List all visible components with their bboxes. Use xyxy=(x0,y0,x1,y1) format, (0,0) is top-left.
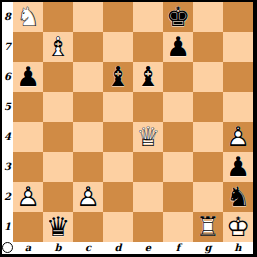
white-king-outline-glyph: ♔ xyxy=(223,212,253,242)
square-a1[interactable] xyxy=(13,212,43,242)
square-f4[interactable] xyxy=(163,122,193,152)
square-a3[interactable] xyxy=(13,152,43,182)
square-g4[interactable] xyxy=(193,122,223,152)
square-a6[interactable]: ♟ xyxy=(13,62,43,92)
square-f2[interactable] xyxy=(163,182,193,212)
square-d2[interactable] xyxy=(103,182,133,212)
square-b2[interactable] xyxy=(43,182,73,212)
black-knight-h2[interactable]: ♞ xyxy=(223,182,253,212)
black-king-glyph: ♚ xyxy=(163,2,193,32)
rank-labels: 87654321 xyxy=(2,2,13,242)
white-king-h1[interactable]: ♚♔ xyxy=(223,212,253,242)
rank-label-3: 3 xyxy=(2,152,13,182)
square-c3[interactable] xyxy=(73,152,103,182)
rank-label-5: 5 xyxy=(2,92,13,122)
square-c6[interactable] xyxy=(73,62,103,92)
square-d7[interactable] xyxy=(103,32,133,62)
file-label-h: h xyxy=(223,242,253,254)
square-a5[interactable] xyxy=(13,92,43,122)
file-label-d: d xyxy=(103,242,133,254)
white-knight-outline-glyph: ♘ xyxy=(13,2,43,32)
white-knight-a8[interactable]: ♞♘ xyxy=(13,2,43,32)
square-h6[interactable] xyxy=(223,62,253,92)
square-f1[interactable] xyxy=(163,212,193,242)
square-e2[interactable] xyxy=(133,182,163,212)
rank-label-8: 8 xyxy=(2,2,13,32)
square-g6[interactable] xyxy=(193,62,223,92)
white-pawn-h4[interactable]: ♟♙ xyxy=(223,122,253,152)
white-bishop-outline-glyph: ♗ xyxy=(43,32,73,62)
square-d3[interactable] xyxy=(103,152,133,182)
white-pawn-outline-glyph: ♙ xyxy=(223,122,253,152)
square-d8[interactable] xyxy=(103,2,133,32)
square-d6[interactable]: ♝ xyxy=(103,62,133,92)
square-g3[interactable] xyxy=(193,152,223,182)
square-b4[interactable] xyxy=(43,122,73,152)
square-f5[interactable] xyxy=(163,92,193,122)
file-label-f: f xyxy=(163,242,193,254)
square-g7[interactable] xyxy=(193,32,223,62)
square-b5[interactable] xyxy=(43,92,73,122)
square-c5[interactable] xyxy=(73,92,103,122)
black-knight-glyph: ♞ xyxy=(223,182,253,212)
black-pawn-glyph: ♟ xyxy=(163,32,193,62)
square-a8[interactable]: ♞♘ xyxy=(13,2,43,32)
square-a4[interactable] xyxy=(13,122,43,152)
square-c4[interactable] xyxy=(73,122,103,152)
rank-label-1: 1 xyxy=(2,212,13,242)
square-b1[interactable]: ♛ xyxy=(43,212,73,242)
black-pawn-glyph: ♟ xyxy=(223,152,253,182)
square-h2[interactable]: ♞ xyxy=(223,182,253,212)
black-bishop-e6[interactable]: ♝ xyxy=(133,62,163,92)
square-f7[interactable]: ♟ xyxy=(163,32,193,62)
black-queen-glyph: ♛ xyxy=(43,212,73,242)
white-pawn-outline-glyph: ♙ xyxy=(73,182,103,212)
square-f3[interactable] xyxy=(163,152,193,182)
black-king-f8[interactable]: ♚ xyxy=(163,2,193,32)
square-e5[interactable] xyxy=(133,92,163,122)
black-bishop-glyph: ♝ xyxy=(133,62,163,92)
square-g2[interactable] xyxy=(193,182,223,212)
file-label-e: e xyxy=(133,242,163,254)
white-queen-e4[interactable]: ♛♕ xyxy=(133,122,163,152)
square-c8[interactable] xyxy=(73,2,103,32)
square-f6[interactable] xyxy=(163,62,193,92)
square-h1[interactable]: ♚♔ xyxy=(223,212,253,242)
white-pawn-a2[interactable]: ♟♙ xyxy=(13,182,43,212)
white-queen-outline-glyph: ♕ xyxy=(133,122,163,152)
white-rook-g1[interactable]: ♜♖ xyxy=(193,212,223,242)
white-bishop-b7[interactable]: ♝♗ xyxy=(43,32,73,62)
square-a2[interactable]: ♟♙ xyxy=(13,182,43,212)
white-to-move-indicator xyxy=(2,242,13,253)
square-e8[interactable] xyxy=(133,2,163,32)
square-f8[interactable]: ♚ xyxy=(163,2,193,32)
white-pawn-outline-glyph: ♙ xyxy=(13,182,43,212)
rank-label-6: 6 xyxy=(2,62,13,92)
file-label-a: a xyxy=(13,242,43,254)
black-pawn-h3[interactable]: ♟ xyxy=(223,152,253,182)
rank-label-7: 7 xyxy=(2,32,13,62)
square-g8[interactable] xyxy=(193,2,223,32)
rank-label-2: 2 xyxy=(2,182,13,212)
square-e1[interactable] xyxy=(133,212,163,242)
square-b7[interactable]: ♝♗ xyxy=(43,32,73,62)
white-rook-outline-glyph: ♖ xyxy=(193,212,223,242)
chess-board: ♞♘♚♝♗♟♟♝♝♛♕♟♙♟♟♙♟♙♞♛♜♖♚♔ xyxy=(13,2,253,242)
square-d1[interactable] xyxy=(103,212,133,242)
square-c2[interactable]: ♟♙ xyxy=(73,182,103,212)
square-b3[interactable] xyxy=(43,152,73,182)
white-pawn-c2[interactable]: ♟♙ xyxy=(73,182,103,212)
black-bishop-glyph: ♝ xyxy=(103,62,133,92)
square-h8[interactable] xyxy=(223,2,253,32)
file-label-b: b xyxy=(43,242,73,254)
square-b6[interactable] xyxy=(43,62,73,92)
black-bishop-d6[interactable]: ♝ xyxy=(103,62,133,92)
black-pawn-a6[interactable]: ♟ xyxy=(13,62,43,92)
square-h7[interactable] xyxy=(223,32,253,62)
square-b8[interactable] xyxy=(43,2,73,32)
chess-diagram: 87654321 ♞♘♚♝♗♟♟♝♝♛♕♟♙♟♟♙♟♙♞♛♜♖♚♔ abcdef… xyxy=(0,0,257,257)
square-d4[interactable] xyxy=(103,122,133,152)
square-g5[interactable] xyxy=(193,92,223,122)
square-h3[interactable]: ♟ xyxy=(223,152,253,182)
square-c1[interactable] xyxy=(73,212,103,242)
black-queen-b1[interactable]: ♛ xyxy=(43,212,73,242)
file-label-g: g xyxy=(193,242,223,254)
rank-label-4: 4 xyxy=(2,122,13,152)
square-h5[interactable] xyxy=(223,92,253,122)
square-e3[interactable] xyxy=(133,152,163,182)
square-e6[interactable]: ♝ xyxy=(133,62,163,92)
square-c7[interactable] xyxy=(73,32,103,62)
square-e7[interactable] xyxy=(133,32,163,62)
file-labels: abcdefgh xyxy=(13,242,253,254)
square-g1[interactable]: ♜♖ xyxy=(193,212,223,242)
square-a7[interactable] xyxy=(13,32,43,62)
square-e4[interactable]: ♛♕ xyxy=(133,122,163,152)
black-pawn-f7[interactable]: ♟ xyxy=(163,32,193,62)
square-d5[interactable] xyxy=(103,92,133,122)
file-label-c: c xyxy=(73,242,103,254)
square-h4[interactable]: ♟♙ xyxy=(223,122,253,152)
black-pawn-glyph: ♟ xyxy=(13,62,43,92)
